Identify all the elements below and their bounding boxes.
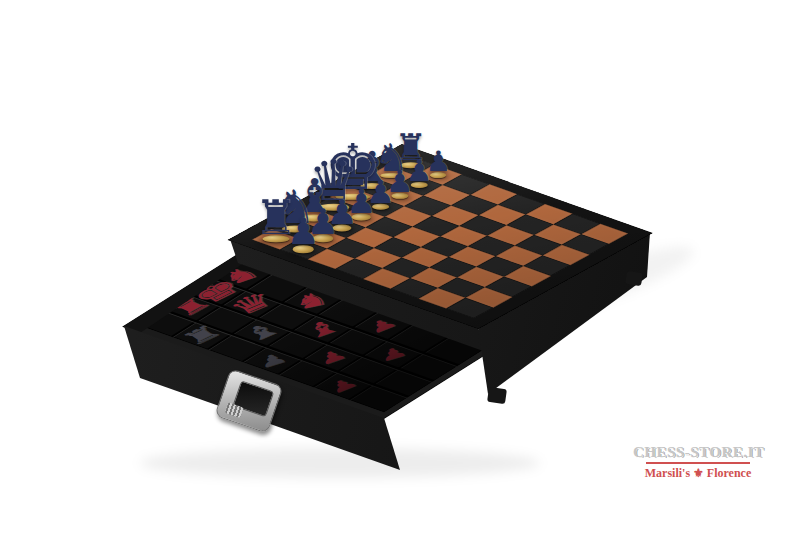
piece-red-rook-drawer[interactable]: ♜ [176,321,227,349]
watermark-rule [646,462,750,464]
floor-shadow-drawer [140,448,540,478]
product-photo-canvas: ♞♞♟♚♛♝♟♜♝♟♜♟♟ ♜♞♝♛♚♝♞♜♟♟♟♟♟♟♟♟ CHESS-STO… [0,0,800,533]
watermark: CHESS-STORE.IT Marsili's ⚜ Florence [633,444,763,481]
watermark-brand: CHESS-STORE.IT [633,444,763,461]
piece-red-bishop-drawer[interactable]: ♝ [237,318,287,346]
box-foot-near [487,387,507,404]
box-foot-right [625,271,643,286]
piece-blue-pawn-a2[interactable]: ♟ [287,214,320,251]
watermark-maker: Marsili's ⚜ Florence [633,466,763,481]
